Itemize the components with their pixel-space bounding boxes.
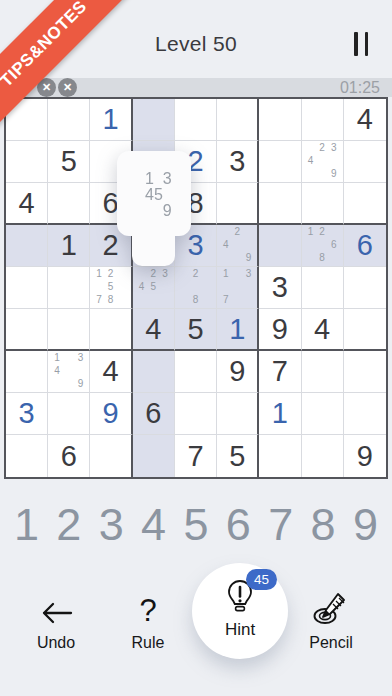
cell-r1c8[interactable]	[302, 99, 344, 141]
cell-r6c1[interactable]	[6, 309, 48, 351]
cell-value: 2	[102, 231, 118, 260]
cell-r4c7[interactable]	[259, 225, 301, 267]
cell-r8c2[interactable]	[48, 393, 90, 435]
pencil-notes: 12578	[93, 268, 127, 306]
cell-r6c2[interactable]	[48, 309, 90, 351]
cell-r4c8[interactable]: 1268	[302, 225, 344, 267]
cell-value: 4	[314, 315, 330, 344]
question-mark-icon: ?	[139, 595, 156, 626]
cell-value: 1	[61, 231, 77, 260]
undo-button[interactable]: Undo	[14, 592, 98, 652]
cell-r4c2[interactable]: 1	[48, 225, 90, 267]
cell-r2c7[interactable]	[259, 141, 301, 183]
cell-r8c4[interactable]: 6	[133, 393, 175, 435]
pause-icon	[365, 32, 369, 56]
magnifier-body: 13459	[117, 151, 191, 236]
cell-r6c9[interactable]	[344, 309, 386, 351]
rule-button[interactable]: ? Rule	[106, 592, 190, 652]
cell-r3c1[interactable]: 4	[6, 183, 48, 225]
cell-value: 1	[102, 105, 118, 134]
cell-r9c5[interactable]: 7	[175, 435, 217, 477]
cell-r8c6[interactable]	[217, 393, 259, 435]
pencil-notes: 137	[220, 268, 254, 306]
numpad-6[interactable]: 6	[226, 502, 251, 547]
cell-r3c9[interactable]	[344, 183, 386, 225]
cell-r9c6[interactable]: 5	[217, 435, 259, 477]
cell-r3c2[interactable]	[48, 183, 90, 225]
cell-value: 1	[272, 399, 288, 428]
cell-r2c2[interactable]: 5	[48, 141, 90, 183]
cell-r9c9[interactable]: 9	[344, 435, 386, 477]
cell-r5c5[interactable]: 28	[175, 267, 217, 309]
cell-r8c5[interactable]	[175, 393, 217, 435]
numpad-3[interactable]: 3	[99, 502, 124, 547]
cell-value: 9	[357, 442, 373, 471]
pencil-notes: 2349	[305, 142, 340, 180]
cell-value: 5	[61, 147, 77, 176]
cell-value: 1	[229, 315, 245, 344]
cell-r1c2[interactable]	[48, 99, 90, 141]
pencil-notes: 1349	[51, 352, 86, 390]
cell-value: 6	[145, 399, 161, 428]
cell-value: 6	[357, 231, 373, 260]
pause-button[interactable]	[354, 32, 368, 56]
cell-r5c9[interactable]	[344, 267, 386, 309]
cell-r7c8[interactable]	[302, 351, 344, 393]
undo-label: Undo	[14, 634, 98, 652]
cell-r4c9[interactable]: 6	[344, 225, 386, 267]
magnifier-stem	[132, 228, 175, 266]
cell-r9c7[interactable]	[259, 435, 301, 477]
cell-r2c9[interactable]	[344, 141, 386, 183]
cell-r9c2[interactable]: 6	[48, 435, 90, 477]
cell-value: 4	[102, 357, 118, 386]
cell-r1c9[interactable]: 4	[344, 99, 386, 141]
cell-r7c5[interactable]	[175, 351, 217, 393]
pencil-notes: 249	[220, 226, 254, 264]
cell-r4c6[interactable]: 249	[217, 225, 259, 267]
cell-r8c1[interactable]: 3	[6, 393, 48, 435]
cell-value: 7	[272, 357, 288, 386]
rule-label: Rule	[106, 634, 190, 652]
cell-r3c8[interactable]	[302, 183, 344, 225]
cell-r9c3[interactable]	[90, 435, 132, 477]
cell-r7c1[interactable]	[6, 351, 48, 393]
pencil-icon	[289, 592, 373, 626]
cell-r7c3[interactable]: 4	[90, 351, 132, 393]
cell-r8c3[interactable]: 9	[90, 393, 132, 435]
magnifier-notes: 13459	[131, 161, 179, 224]
cell-r1c7[interactable]	[259, 99, 301, 141]
cell-r1c6[interactable]	[217, 99, 259, 141]
cell-r6c6[interactable]: 1	[217, 309, 259, 351]
undo-arrow-icon	[14, 592, 98, 626]
timer: 01:25	[340, 78, 380, 97]
sudoku-board: 1452323494681232491268612578234528137345…	[4, 97, 388, 479]
cell-r5c7[interactable]: 3	[259, 267, 301, 309]
pencil-notes: 1268	[305, 226, 340, 264]
cell-r6c3[interactable]	[90, 309, 132, 351]
mistake-x-icon: ✕	[58, 78, 77, 97]
cell-r5c2[interactable]	[48, 267, 90, 309]
cell-r8c9[interactable]	[344, 393, 386, 435]
number-pad: 123456789	[0, 498, 392, 550]
cell-r3c6[interactable]	[217, 183, 259, 225]
cell-value: 3	[272, 273, 288, 302]
pencil-notes: 28	[178, 268, 213, 306]
hint-button[interactable]: 45 Hint	[192, 563, 288, 659]
cell-r7c2[interactable]: 1349	[48, 351, 90, 393]
cell-value: 7	[187, 442, 203, 471]
cell-value: 9	[102, 399, 118, 428]
cell-r3c7[interactable]	[259, 183, 301, 225]
mistakes-indicator: ✕✕	[37, 78, 77, 97]
cell-value: 4	[145, 315, 161, 344]
cell-value: 5	[187, 315, 203, 344]
numpad-1[interactable]: 1	[14, 502, 39, 547]
status-bar: ✕✕ 01:25	[0, 78, 392, 97]
cell-value: 9	[272, 315, 288, 344]
cell-r4c1[interactable]	[6, 225, 48, 267]
cell-value: 3	[187, 231, 203, 260]
cell-r7c7[interactable]: 7	[259, 351, 301, 393]
cell-r5c3[interactable]: 12578	[90, 267, 132, 309]
numpad-2[interactable]: 2	[56, 502, 81, 547]
numpad-9[interactable]: 9	[353, 502, 378, 547]
cell-r9c8[interactable]	[302, 435, 344, 477]
cell-r5c1[interactable]	[6, 267, 48, 309]
cell-r5c6[interactable]: 137	[217, 267, 259, 309]
cell-r6c5[interactable]: 5	[175, 309, 217, 351]
cell-value: 5	[229, 442, 245, 471]
cell-r6c4[interactable]: 4	[133, 309, 175, 351]
hint-label: Hint	[192, 620, 288, 640]
cell-value: 9	[229, 357, 245, 386]
hint-count-badge: 45	[246, 569, 277, 590]
cell-value: 4	[357, 105, 373, 134]
cell-value: 4	[19, 189, 35, 218]
cell-r2c8[interactable]: 2349	[302, 141, 344, 183]
cell-value: 3	[229, 147, 245, 176]
cell-r1c5[interactable]	[175, 99, 217, 141]
cell-r5c4[interactable]: 2345	[133, 267, 175, 309]
app-screen: Level 50 TIPS&NOTES ✕✕ 01:25 14523234946…	[0, 0, 392, 696]
cell-r9c4[interactable]	[133, 435, 175, 477]
cell-value: 6	[61, 442, 77, 471]
magnifier-note-digits: 13459	[145, 171, 167, 212]
cell-r6c8[interactable]: 4	[302, 309, 344, 351]
cell-r6c7[interactable]: 9	[259, 309, 301, 351]
cell-r7c6[interactable]: 9	[217, 351, 259, 393]
numpad-8[interactable]: 8	[311, 502, 336, 547]
cell-value: 3	[19, 399, 35, 428]
cell-r7c4[interactable]	[133, 351, 175, 393]
cell-r5c8[interactable]	[302, 267, 344, 309]
numpad-7[interactable]: 7	[268, 502, 293, 547]
pencil-label: Pencil	[289, 634, 373, 652]
numpad-5[interactable]: 5	[183, 502, 208, 547]
cell-r1c4[interactable]	[133, 99, 175, 141]
pencil-notes: 2345	[136, 268, 171, 306]
numpad-4[interactable]: 4	[141, 502, 166, 547]
pause-icon	[354, 32, 358, 56]
cell-r1c3[interactable]: 1	[90, 99, 132, 141]
cell-r2c6[interactable]: 3	[217, 141, 259, 183]
pencil-button[interactable]: Pencil	[289, 592, 373, 652]
cell-r2c1[interactable]	[6, 141, 48, 183]
cell-r8c8[interactable]	[302, 393, 344, 435]
cell-r7c9[interactable]	[344, 351, 386, 393]
cell-r9c1[interactable]	[6, 435, 48, 477]
cell-r8c7[interactable]: 1	[259, 393, 301, 435]
